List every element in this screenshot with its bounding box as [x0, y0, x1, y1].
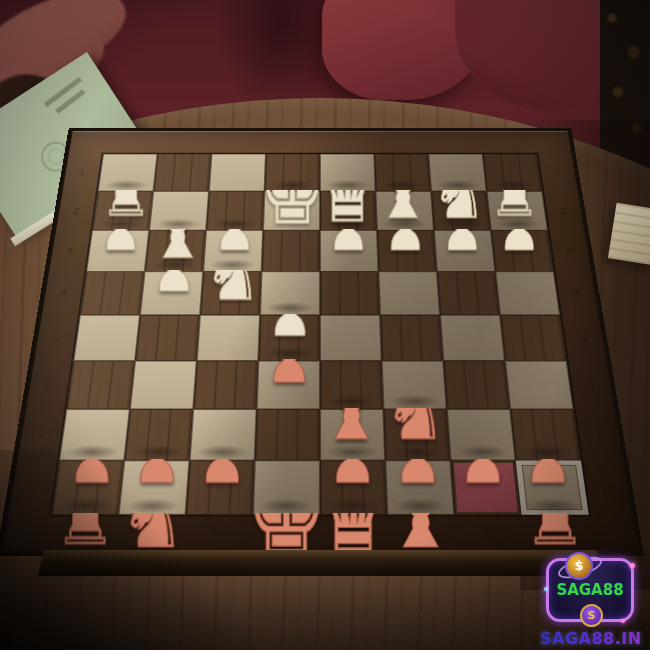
rank-label-left-1: 1: [61, 154, 103, 191]
square-b8[interactable]: [450, 460, 521, 514]
square-g7[interactable]: ♟: [124, 409, 193, 460]
square-d8[interactable]: ♛: [320, 460, 387, 514]
square-e2[interactable]: [263, 191, 320, 230]
saga88-domain-text: SAGA88.IN: [540, 629, 640, 648]
board-frame: ♜♚♛♝♞♜♟♝♟♟♟♟♟♟♞♟♟♝♞♟♟♟♟♟♟♟♜♞♚♛♝♜ HGFEDCB…: [0, 130, 640, 553]
square-f3[interactable]: ♞: [203, 230, 263, 271]
rank-label-right-7: 7: [574, 409, 625, 460]
square-d3[interactable]: [320, 230, 378, 271]
square-a2[interactable]: ♟: [487, 191, 548, 230]
square-h3[interactable]: [86, 230, 149, 271]
square-e6[interactable]: [257, 361, 320, 409]
rank-label-right-1: 1: [537, 154, 579, 191]
saga88-watermark[interactable]: $ SAGA88 S SAGA88.IN: [540, 558, 640, 648]
rank-label-left-7: 7: [16, 409, 67, 460]
cream-book: [608, 203, 650, 266]
square-g3[interactable]: ♟: [145, 230, 206, 271]
dollar-coin-icon: $: [565, 552, 593, 580]
square-h5[interactable]: [73, 315, 140, 361]
sparkle-icon: [621, 619, 625, 623]
square-c2[interactable]: ♟: [376, 191, 434, 230]
rank-label-left-5: 5: [32, 315, 80, 361]
file-label-c: C: [388, 525, 457, 542]
square-b1[interactable]: ♞: [428, 154, 486, 191]
square-f1[interactable]: [209, 154, 266, 191]
rank-label-right-8: 8: [581, 460, 634, 514]
board-edge-face: [38, 550, 602, 576]
square-d2[interactable]: ♟: [320, 191, 377, 230]
rank-label-right-2: 2: [542, 191, 586, 230]
chess-board: ♜♚♛♝♞♜♟♝♟♟♟♟♟♟♞♟♟♝♞♟♟♟♟♟♟♟♜♞♚♛♝♜ HGFEDCB…: [0, 130, 640, 553]
rank-label-right-6: 6: [567, 361, 616, 409]
square-g2[interactable]: ♝: [149, 191, 209, 230]
square-b7[interactable]: ♟: [447, 409, 516, 460]
square-h4[interactable]: [80, 272, 145, 315]
square-c6[interactable]: ♞: [382, 361, 447, 409]
file-label-e: E: [252, 525, 320, 542]
rank-label-left-8: 8: [6, 460, 59, 514]
square-a3[interactable]: [491, 230, 554, 271]
square-h8[interactable]: ♜: [51, 460, 124, 514]
game-scene: ♜♚♛♝♞♜♟♝♟♟♟♟♟♟♞♟♟♝♞♟♟♟♟♟♟♟♜♞♚♛♝♜ HGFEDCB…: [0, 0, 650, 650]
square-b3[interactable]: [434, 230, 495, 271]
square-c7[interactable]: ♟: [383, 409, 450, 460]
square-a4[interactable]: [495, 272, 560, 315]
square-e3[interactable]: [262, 230, 320, 271]
rank-label-left-6: 6: [24, 361, 73, 409]
file-label-g: G: [115, 525, 184, 542]
square-d4[interactable]: [320, 272, 380, 315]
square-h6[interactable]: [66, 361, 135, 409]
square-b6[interactable]: [443, 361, 510, 409]
file-label-h: H: [47, 525, 117, 542]
square-a6[interactable]: [505, 361, 574, 409]
s-coin-icon: S: [580, 604, 603, 627]
saga88-badge[interactable]: $ SAGA88 S: [546, 558, 634, 622]
rank-label-left-3: 3: [47, 230, 92, 271]
square-f4[interactable]: [200, 272, 262, 315]
square-a1[interactable]: ♜: [483, 154, 543, 191]
square-g6[interactable]: [130, 361, 197, 409]
rank-label-right-4: 4: [554, 272, 600, 315]
file-labels: HGFEDCBA: [46, 519, 593, 548]
rank-label-right-5: 5: [560, 315, 608, 361]
square-a8[interactable]: ♜: [516, 460, 589, 514]
square-a7[interactable]: ♟: [510, 409, 581, 460]
square-h2[interactable]: ♟: [92, 191, 153, 230]
square-f5[interactable]: [197, 315, 260, 361]
square-c1[interactable]: ♝: [374, 154, 431, 191]
square-c8[interactable]: ♝: [385, 460, 454, 514]
file-label-b: B: [455, 525, 524, 542]
file-label-a: A: [523, 525, 593, 542]
file-label-d: D: [320, 525, 388, 542]
square-b2[interactable]: ♟: [431, 191, 491, 230]
square-e5[interactable]: ♟: [258, 315, 320, 361]
square-e1[interactable]: ♚: [264, 154, 320, 191]
square-d6[interactable]: ♝: [320, 361, 383, 409]
rank-label-left-4: 4: [40, 272, 86, 315]
square-e8[interactable]: ♚: [253, 460, 320, 514]
square-h7[interactable]: ♟: [59, 409, 130, 460]
square-e4[interactable]: ♟: [260, 272, 320, 315]
square-g5[interactable]: [135, 315, 200, 361]
sparkle-icon: [544, 587, 548, 591]
board-squares: ♜♚♛♝♞♜♟♝♟♟♟♟♟♟♞♟♟♝♞♟♟♟♟♟♟♟♜♞♚♛♝♜: [51, 154, 589, 515]
square-b4[interactable]: [437, 272, 500, 315]
square-f8[interactable]: [186, 460, 255, 514]
square-f6[interactable]: [193, 361, 258, 409]
square-b5[interactable]: [440, 315, 505, 361]
rank-label-right-3: 3: [548, 230, 593, 271]
sparkle-icon: [630, 563, 635, 568]
file-label-f: F: [184, 525, 253, 542]
square-c4[interactable]: [378, 272, 440, 315]
rank-label-left-2: 2: [54, 191, 98, 230]
square-a5[interactable]: [500, 315, 567, 361]
square-d1[interactable]: ♛: [320, 154, 376, 191]
square-c3[interactable]: [377, 230, 437, 271]
square-g4[interactable]: [140, 272, 203, 315]
saga88-badge-text: SAGA88: [549, 581, 631, 599]
square-g8[interactable]: ♞: [118, 460, 189, 514]
